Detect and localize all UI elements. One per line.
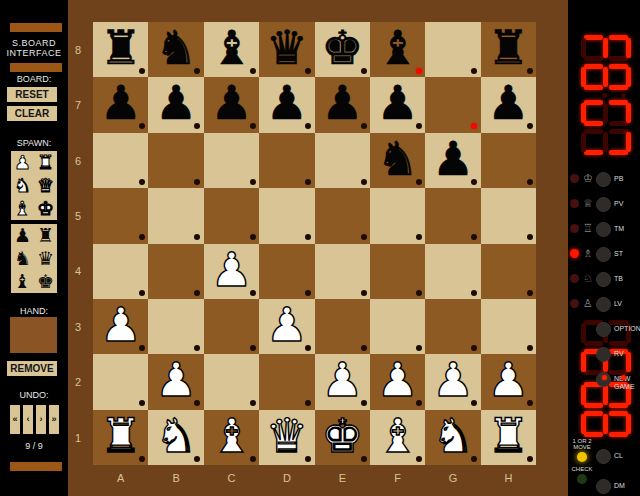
segment-bl (584, 150, 603, 155)
square-g8[interactable] (425, 22, 480, 77)
file-label-C: C (222, 472, 242, 484)
seg-digit-8 (581, 64, 631, 90)
sensor-dot-b1 (194, 456, 200, 462)
segment-vl (581, 352, 586, 372)
hint-led-g7 (471, 123, 477, 129)
sensor-dot-h4 (527, 290, 533, 296)
square-e8[interactable]: ♚ (315, 22, 370, 77)
rank-label-4: 4 (68, 265, 88, 277)
seg-digit-8 (581, 411, 631, 437)
segment-tl (584, 64, 603, 69)
white-pawn: ♟ (204, 242, 259, 297)
white-knight: ♞ (148, 408, 203, 463)
square-b5[interactable] (148, 188, 203, 243)
sensor-dot-e8 (361, 68, 367, 74)
spawn-white-king[interactable]: ♚ (34, 197, 57, 220)
black-rook: ♜ (481, 20, 536, 75)
sensor-dot-g6 (471, 179, 477, 185)
segment-vr (626, 132, 631, 152)
file-label-E: E (332, 472, 352, 484)
square-g2[interactable]: ♟ (425, 354, 480, 409)
rank-label-5: 5 (68, 210, 88, 222)
square-b4[interactable] (148, 244, 203, 299)
sensor-dot-e5 (361, 234, 367, 240)
square-a5[interactable] (93, 188, 148, 243)
sensor-dot-h1 (527, 456, 533, 462)
cl-button-label: CL (614, 452, 623, 460)
square-d2[interactable] (259, 354, 314, 409)
square-f6[interactable]: ♞ (370, 133, 425, 188)
square-b7[interactable]: ♟ (148, 77, 203, 132)
segment-br (609, 150, 628, 155)
segment-br (609, 432, 628, 437)
chess-computer-ui: S.BOARD INTERFACE BOARD: RESET CLEAR SPA… (0, 0, 640, 496)
sensor-dot-c8 (250, 68, 256, 74)
square-h1[interactable]: ♜ (481, 410, 536, 465)
rank-label-8: 8 (68, 44, 88, 56)
spawn-section-label: SPAWN: (0, 138, 68, 148)
square-b3[interactable] (148, 299, 203, 354)
square-e6[interactable] (315, 133, 370, 188)
sensor-dot-e6 (361, 179, 367, 185)
sensor-dot-a1 (139, 456, 145, 462)
segment-bl (584, 85, 603, 90)
pb-label: PB (614, 175, 623, 183)
sensor-dot-c2 (250, 400, 256, 406)
file-label-F: F (388, 472, 408, 484)
dm-button-label: DM (614, 482, 625, 490)
tb-led (570, 274, 579, 283)
square-d8[interactable]: ♛ (259, 22, 314, 77)
segment-br (609, 341, 628, 346)
undo-button-3[interactable]: » (49, 405, 59, 434)
black-rook: ♜ (93, 20, 148, 75)
black-queen: ♛ (259, 20, 314, 75)
square-g3[interactable] (425, 299, 480, 354)
square-g5[interactable] (425, 188, 480, 243)
square-b6[interactable] (148, 133, 203, 188)
remove-button[interactable]: REMOVE (7, 361, 57, 376)
move-led (577, 452, 587, 462)
st-led (570, 249, 579, 258)
square-a8[interactable]: ♜ (93, 22, 148, 77)
spawn-black-knight[interactable]: ♞ (11, 247, 34, 270)
segment-vl (581, 132, 586, 152)
segment-bl (584, 121, 603, 126)
segment-vl (581, 323, 586, 343)
white-queen: ♛ (259, 408, 314, 463)
sensor-dot-a2 (139, 400, 145, 406)
square-e7[interactable]: ♟ (315, 77, 370, 132)
square-h2[interactable]: ♟ (481, 354, 536, 409)
sensor-dot-e3 (361, 345, 367, 351)
pv-label: PV (614, 200, 623, 208)
spawn-black-king[interactable]: ♚ (34, 270, 57, 293)
reset-button[interactable]: RESET (7, 87, 57, 102)
segment-tl (584, 411, 603, 416)
seg-digit-7 (581, 129, 631, 155)
white-bishop: ♝ (204, 408, 259, 463)
chess-board: ♜♞♝♛♚♝♜♟♟♟♟♟♟♟♞♟♟♟♟♟♟♟♟♟♜♞♝♛♚♝♞♜ (93, 22, 536, 465)
sensor-dot-d1 (305, 456, 311, 462)
segment-vl (581, 38, 586, 58)
sensor-dot-h5 (527, 234, 533, 240)
square-f2[interactable]: ♟ (370, 354, 425, 409)
square-e3[interactable] (315, 299, 370, 354)
black-king: ♚ (315, 20, 370, 75)
spawn-white-bishop[interactable]: ♝ (11, 197, 34, 220)
file-label-D: D (277, 472, 297, 484)
move-indicator-label: 1 OR 2 MOVE (569, 438, 595, 450)
black-bishop: ♝ (370, 20, 425, 75)
sensor-dot-b7 (194, 123, 200, 129)
square-d6[interactable] (259, 133, 314, 188)
segment-vm (603, 414, 608, 434)
sensor-dot-h3 (527, 345, 533, 351)
sensor-dot-g1 (471, 456, 477, 462)
divider-bar (10, 23, 62, 32)
colon-dot (621, 93, 626, 98)
square-d4[interactable] (259, 244, 314, 299)
pb-button[interactable] (596, 172, 611, 187)
square-h7[interactable]: ♟ (481, 77, 536, 132)
square-g4[interactable] (425, 244, 480, 299)
sensor-dot-b8 (194, 68, 200, 74)
segment-vm (603, 67, 608, 87)
square-c7[interactable]: ♟ (204, 77, 259, 132)
sensor-dot-f7 (416, 123, 422, 129)
square-g1[interactable]: ♞ (425, 410, 480, 465)
spawn-tray-white: ♟♜♞♛♝♚ (11, 151, 57, 220)
segment-bl (584, 432, 603, 437)
undo-button-0[interactable]: « (10, 405, 20, 434)
rv-label: RV (614, 350, 624, 358)
rv-button[interactable] (596, 347, 611, 362)
divider-bar (10, 63, 62, 72)
square-h4[interactable] (481, 244, 536, 299)
square-c4[interactable]: ♟ (204, 244, 259, 299)
segment-tl (584, 129, 603, 134)
segment-vl (581, 385, 586, 405)
sensor-dot-h2 (527, 400, 533, 406)
hand-section-label: HAND: (0, 306, 68, 316)
black-bishop: ♝ (204, 20, 259, 75)
sensor-dot-f4 (416, 290, 422, 296)
spawn-white-queen[interactable]: ♛ (34, 174, 57, 197)
square-c8[interactable]: ♝ (204, 22, 259, 77)
white-knight: ♞ (425, 408, 480, 463)
square-c2[interactable] (204, 354, 259, 409)
hand-slot[interactable] (10, 317, 57, 353)
bishop-icon: ♗ (582, 247, 594, 259)
sensor-dot-e4 (361, 290, 367, 296)
sensor-dot-e1 (361, 456, 367, 462)
dm-button[interactable] (596, 479, 611, 494)
square-c3[interactable] (204, 299, 259, 354)
tb-button[interactable] (596, 272, 611, 287)
segment-vm (603, 132, 608, 152)
sensor-dot-c6 (250, 179, 256, 185)
st-button[interactable] (596, 247, 611, 262)
app-title-line1: S.BOARD (0, 38, 68, 48)
st-label: ST (614, 250, 623, 258)
pv-button[interactable] (596, 197, 611, 212)
sensor-dot-g5 (471, 234, 477, 240)
tm-led (570, 224, 579, 233)
segment-br (609, 121, 628, 126)
square-b2[interactable]: ♟ (148, 354, 203, 409)
segment-vl (581, 414, 586, 434)
segment-bl (584, 56, 603, 61)
square-a7[interactable]: ♟ (93, 77, 148, 132)
square-a1[interactable]: ♜ (93, 410, 148, 465)
seg-digit-F (581, 35, 631, 61)
square-e4[interactable] (315, 244, 370, 299)
sensor-dot-g8 (471, 68, 477, 74)
segment-vr (626, 38, 631, 58)
segment-br (609, 85, 628, 90)
pb-led (570, 174, 579, 183)
divider-bar (10, 462, 62, 471)
spawn-white-knight[interactable]: ♞ (11, 174, 34, 197)
sensor-dot-d4 (305, 290, 311, 296)
segment-vr (626, 67, 631, 87)
undo-counter: 9 / 9 (0, 441, 68, 451)
black-knight: ♞ (370, 131, 425, 186)
file-label-G: G (443, 472, 463, 484)
seg-digit-G (581, 100, 631, 126)
segment-tl (584, 100, 603, 105)
sensor-dot-f6 (416, 179, 422, 185)
sensor-dot-f3 (416, 345, 422, 351)
white-rook: ♜ (481, 408, 536, 463)
square-e1[interactable]: ♚ (315, 410, 370, 465)
segment-br (609, 56, 628, 61)
tb-label: TB (614, 275, 623, 283)
square-f8[interactable]: ♝ (370, 22, 425, 77)
square-a3[interactable]: ♟ (93, 299, 148, 354)
control-panel: ♔PB♕PV♖TM♗ST♘TB♙LV OPTIONRVNEW GAME 1 OR… (568, 0, 640, 496)
sensor-dot-b2 (194, 400, 200, 406)
rank-label-3: 3 (68, 321, 88, 333)
square-h8[interactable]: ♜ (481, 22, 536, 77)
sensor-dot-g4 (471, 290, 477, 296)
undo-button-1[interactable]: ‹ (23, 405, 33, 434)
tm-button[interactable] (596, 222, 611, 237)
square-c6[interactable] (204, 133, 259, 188)
sensor-dot-c7 (250, 123, 256, 129)
hint-led-f8 (416, 68, 422, 74)
rank-label-1: 1 (68, 432, 88, 444)
rank-label-7: 7 (68, 99, 88, 111)
white-pawn: ♟ (93, 297, 148, 352)
cl-button[interactable] (596, 449, 611, 464)
queen-icon: ♕ (582, 197, 594, 209)
segment-vl (581, 103, 586, 123)
sensor-dot-d2 (305, 400, 311, 406)
sensor-dot-d6 (305, 179, 311, 185)
segment-vm (603, 385, 608, 405)
sensor-dot-e7 (361, 123, 367, 129)
segment-vl (581, 67, 586, 87)
segment-vm (603, 103, 608, 123)
sensor-dot-a4 (139, 290, 145, 296)
board-frame: ♜♞♝♛♚♝♜♟♟♟♟♟♟♟♞♟♟♟♟♟♟♟♟♟♜♞♝♛♚♝♞♜ 8765432… (68, 0, 568, 496)
square-d5[interactable] (259, 188, 314, 243)
sensor-dot-h6 (527, 179, 533, 185)
sensor-dot-h7 (527, 123, 533, 129)
sensor-dot-b4 (194, 290, 200, 296)
rank-label-6: 6 (68, 155, 88, 167)
segment-tl (584, 35, 603, 40)
square-f7[interactable]: ♟ (370, 77, 425, 132)
sensorboard-sidebar: S.BOARD INTERFACE BOARD: RESET CLEAR SPA… (0, 0, 68, 496)
spawn-white-rook[interactable]: ♜ (34, 151, 57, 174)
colon-dot (602, 93, 607, 98)
tm-label: TM (614, 225, 624, 233)
square-f5[interactable] (370, 188, 425, 243)
square-f3[interactable] (370, 299, 425, 354)
sensor-dot-h8 (527, 68, 533, 74)
sensor-dot-d8 (305, 68, 311, 74)
square-g7[interactable] (425, 77, 480, 132)
sensor-dot-f5 (416, 234, 422, 240)
segment-br (609, 403, 628, 408)
segment-vr (626, 414, 631, 434)
sensor-dot-d7 (305, 123, 311, 129)
spawn-black-rook[interactable]: ♜ (34, 224, 57, 247)
rook-icon: ♖ (582, 222, 594, 234)
sensor-dot-g2 (471, 400, 477, 406)
sensor-dot-g3 (471, 345, 477, 351)
square-d7[interactable]: ♟ (259, 77, 314, 132)
square-g6[interactable]: ♟ (425, 133, 480, 188)
spawn-tray-black: ♟♜♞♛♝♚ (11, 224, 57, 293)
sensor-dot-c5 (250, 234, 256, 240)
file-label-H: H (499, 472, 519, 484)
sensor-dot-e2 (361, 400, 367, 406)
segment-vr (626, 352, 631, 372)
spawn-black-pawn[interactable]: ♟ (11, 224, 34, 247)
segment-bl (584, 341, 603, 346)
option-button[interactable] (596, 322, 611, 337)
check-led (577, 474, 587, 484)
sensor-dot-c3 (250, 345, 256, 351)
white-rook: ♜ (93, 408, 148, 463)
square-d1[interactable]: ♛ (259, 410, 314, 465)
square-c5[interactable] (204, 188, 259, 243)
square-b8[interactable]: ♞ (148, 22, 203, 77)
square-e5[interactable] (315, 188, 370, 243)
clear-button[interactable]: CLEAR (7, 106, 57, 121)
square-h5[interactable] (481, 188, 536, 243)
sensor-dot-d5 (305, 234, 311, 240)
segment-vm (603, 38, 608, 58)
white-pawn: ♟ (259, 297, 314, 352)
sensor-dot-c4 (250, 290, 256, 296)
square-d3[interactable]: ♟ (259, 299, 314, 354)
sensor-dot-b3 (194, 345, 200, 351)
king-icon: ♔ (582, 172, 594, 184)
sensor-dot-d3 (305, 345, 311, 351)
spawn-black-bishop[interactable]: ♝ (11, 270, 34, 293)
sensor-dot-f2 (416, 400, 422, 406)
white-king: ♚ (315, 408, 370, 463)
sensor-dot-b6 (194, 179, 200, 185)
check-indicator-label: CHECK (569, 466, 595, 472)
lv-button[interactable] (596, 297, 611, 312)
square-b1[interactable]: ♞ (148, 410, 203, 465)
square-a6[interactable] (93, 133, 148, 188)
square-a2[interactable] (93, 354, 148, 409)
square-f4[interactable] (370, 244, 425, 299)
sensor-dot-a5 (139, 234, 145, 240)
colon-dot (602, 375, 607, 380)
segment-vr (626, 103, 631, 123)
square-c1[interactable]: ♝ (204, 410, 259, 465)
spawn-black-queen[interactable]: ♛ (34, 247, 57, 270)
file-label-B: B (166, 472, 186, 484)
colon-dot (621, 375, 626, 380)
pawn-icon: ♙ (582, 297, 594, 309)
option-label: OPTION (614, 325, 640, 333)
lv-led (570, 299, 579, 308)
board-section-label: BOARD: (0, 74, 68, 84)
sensor-dot-c1 (250, 456, 256, 462)
undo-section-label: UNDO: (0, 390, 68, 400)
segment-bl (584, 403, 603, 408)
square-a4[interactable] (93, 244, 148, 299)
pv-led (570, 199, 579, 208)
sensor-dot-f1 (416, 456, 422, 462)
sensor-dot-b5 (194, 234, 200, 240)
knight-icon: ♘ (582, 272, 594, 284)
sensor-dot-a8 (139, 68, 145, 74)
sensor-dot-a7 (139, 123, 145, 129)
undo-button-2[interactable]: › (36, 405, 46, 434)
square-h3[interactable] (481, 299, 536, 354)
sensor-dot-a3 (139, 345, 145, 351)
sensor-dot-a6 (139, 179, 145, 185)
square-e2[interactable]: ♟ (315, 354, 370, 409)
rank-label-2: 2 (68, 376, 88, 388)
spawn-white-pawn[interactable]: ♟ (11, 151, 34, 174)
app-title-line2: INTERFACE (0, 48, 68, 58)
lv-label: LV (614, 300, 622, 308)
white-bishop: ♝ (370, 408, 425, 463)
square-h6[interactable] (481, 133, 536, 188)
square-f1[interactable]: ♝ (370, 410, 425, 465)
file-label-A: A (111, 472, 131, 484)
black-pawn: ♟ (425, 131, 480, 186)
